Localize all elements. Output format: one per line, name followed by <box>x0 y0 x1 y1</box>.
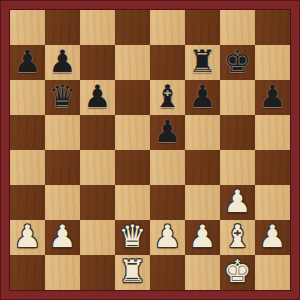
black-queen-b6[interactable]: ♛ <box>49 80 77 114</box>
square-e6[interactable]: ♝ <box>150 80 185 115</box>
square-f3[interactable] <box>185 185 220 220</box>
square-h2[interactable]: ♟ <box>255 220 290 255</box>
white-rook-d1[interactable]: ♜ <box>119 255 147 289</box>
square-e4[interactable] <box>150 150 185 185</box>
square-f4[interactable] <box>185 150 220 185</box>
square-g7[interactable]: ♚ <box>220 45 255 80</box>
square-g5[interactable] <box>220 115 255 150</box>
square-b5[interactable] <box>45 115 80 150</box>
white-bishop-g2[interactable]: ♝ <box>224 220 252 254</box>
white-pawn-g3[interactable]: ♟ <box>224 185 252 219</box>
square-d2[interactable]: ♛ <box>115 220 150 255</box>
square-e2[interactable]: ♟ <box>150 220 185 255</box>
black-bishop-e6[interactable]: ♝ <box>154 80 182 114</box>
square-f1[interactable] <box>185 255 220 290</box>
white-pawn-e2[interactable]: ♟ <box>154 220 182 254</box>
square-c3[interactable] <box>80 185 115 220</box>
black-pawn-b7[interactable]: ♟ <box>49 45 77 79</box>
square-g3[interactable]: ♟ <box>220 185 255 220</box>
square-g6[interactable] <box>220 80 255 115</box>
square-a7[interactable]: ♟ <box>10 45 45 80</box>
square-e7[interactable] <box>150 45 185 80</box>
square-b3[interactable] <box>45 185 80 220</box>
square-c8[interactable] <box>80 10 115 45</box>
black-king-g7[interactable]: ♚ <box>224 45 252 79</box>
square-b4[interactable] <box>45 150 80 185</box>
square-a4[interactable] <box>10 150 45 185</box>
square-b7[interactable]: ♟ <box>45 45 80 80</box>
square-c6[interactable]: ♟ <box>80 80 115 115</box>
square-h1[interactable] <box>255 255 290 290</box>
square-b2[interactable]: ♟ <box>45 220 80 255</box>
square-g1[interactable]: ♚ <box>220 255 255 290</box>
square-e3[interactable] <box>150 185 185 220</box>
square-f5[interactable] <box>185 115 220 150</box>
square-a2[interactable]: ♟ <box>10 220 45 255</box>
square-d6[interactable] <box>115 80 150 115</box>
square-d7[interactable] <box>115 45 150 80</box>
square-f2[interactable]: ♟ <box>185 220 220 255</box>
square-c5[interactable] <box>80 115 115 150</box>
square-f8[interactable] <box>185 10 220 45</box>
chess-board: ♟♟♜♚♛♟♝♟♟♟♟♟♟♛♟♟♝♟♜♚ <box>10 10 290 290</box>
black-pawn-e5[interactable]: ♟ <box>154 115 182 149</box>
white-king-g1[interactable]: ♚ <box>224 255 252 289</box>
square-a8[interactable] <box>10 10 45 45</box>
square-a1[interactable] <box>10 255 45 290</box>
square-g4[interactable] <box>220 150 255 185</box>
square-d5[interactable] <box>115 115 150 150</box>
square-c2[interactable] <box>80 220 115 255</box>
square-f7[interactable]: ♜ <box>185 45 220 80</box>
black-pawn-h6[interactable]: ♟ <box>259 80 287 114</box>
white-pawn-b2[interactable]: ♟ <box>49 220 77 254</box>
white-pawn-f2[interactable]: ♟ <box>189 220 217 254</box>
square-a5[interactable] <box>10 115 45 150</box>
square-a6[interactable] <box>10 80 45 115</box>
square-g2[interactable]: ♝ <box>220 220 255 255</box>
black-pawn-a7[interactable]: ♟ <box>14 45 42 79</box>
square-g8[interactable] <box>220 10 255 45</box>
square-e1[interactable] <box>150 255 185 290</box>
square-h4[interactable] <box>255 150 290 185</box>
white-pawn-h2[interactable]: ♟ <box>259 220 287 254</box>
square-d4[interactable] <box>115 150 150 185</box>
square-b6[interactable]: ♛ <box>45 80 80 115</box>
square-d1[interactable]: ♜ <box>115 255 150 290</box>
square-c1[interactable] <box>80 255 115 290</box>
black-pawn-f6[interactable]: ♟ <box>189 80 217 114</box>
square-b1[interactable] <box>45 255 80 290</box>
square-d8[interactable] <box>115 10 150 45</box>
square-e8[interactable] <box>150 10 185 45</box>
square-h6[interactable]: ♟ <box>255 80 290 115</box>
square-b8[interactable] <box>45 10 80 45</box>
white-queen-d2[interactable]: ♛ <box>119 220 147 254</box>
square-a3[interactable] <box>10 185 45 220</box>
black-rook-f7[interactable]: ♜ <box>189 45 217 79</box>
square-e5[interactable]: ♟ <box>150 115 185 150</box>
square-c7[interactable] <box>80 45 115 80</box>
black-pawn-c6[interactable]: ♟ <box>84 80 112 114</box>
square-f6[interactable]: ♟ <box>185 80 220 115</box>
square-h3[interactable] <box>255 185 290 220</box>
white-pawn-a2[interactable]: ♟ <box>14 220 42 254</box>
square-d3[interactable] <box>115 185 150 220</box>
square-h7[interactable] <box>255 45 290 80</box>
chess-board-frame: ♟♟♜♚♛♟♝♟♟♟♟♟♟♛♟♟♝♟♜♚ <box>0 0 300 300</box>
square-h5[interactable] <box>255 115 290 150</box>
square-c4[interactable] <box>80 150 115 185</box>
square-h8[interactable] <box>255 10 290 45</box>
